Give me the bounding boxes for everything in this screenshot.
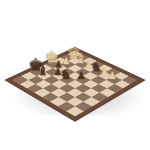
white-pawn-icon[interactable]: ♟	[108, 71, 117, 81]
black-pawn-icon[interactable]: ♟	[77, 71, 86, 81]
black-knight-icon[interactable]: ♞	[60, 68, 72, 81]
perspective-scene: ♛♝♟♞♟♟♟♚♟♟♟♞♚♝	[0, 0, 150, 150]
black-bishop-icon[interactable]: ♝	[37, 64, 49, 77]
chess-board: ♛♝♟♞♟♟♟♚♟♟♟♞♚♝	[6, 48, 145, 121]
chess-set-photo: ♛♝♟♞♟♟♟♚♟♟♟♞♚♝	[0, 0, 150, 150]
